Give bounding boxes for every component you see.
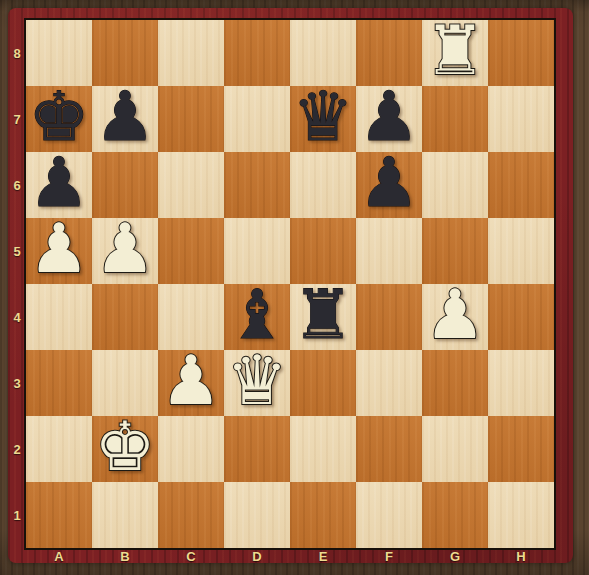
square-b2[interactable]: ♚ <box>92 416 158 482</box>
square-g2[interactable] <box>422 416 488 482</box>
square-a1[interactable] <box>26 482 92 548</box>
file-label-h: H <box>488 549 554 563</box>
square-e4[interactable]: ♜ <box>290 284 356 350</box>
black-pawn[interactable]: ♟ <box>95 83 156 151</box>
square-g1[interactable] <box>422 482 488 548</box>
square-a2[interactable] <box>26 416 92 482</box>
chess-app: ♜♚♟♛♟♟♟♟♟♝♜♟♟♛♚ 87654321 ABCDEFGH <box>0 0 589 575</box>
square-f4[interactable] <box>356 284 422 350</box>
black-rook[interactable]: ♜ <box>293 281 354 349</box>
file-label-d: D <box>224 549 290 563</box>
square-e1[interactable] <box>290 482 356 548</box>
square-e2[interactable] <box>290 416 356 482</box>
white-queen[interactable]: ♛ <box>227 347 288 415</box>
square-f2[interactable] <box>356 416 422 482</box>
square-d6[interactable] <box>224 152 290 218</box>
square-b1[interactable] <box>92 482 158 548</box>
square-c1[interactable] <box>158 482 224 548</box>
rank-label-2: 2 <box>7 416 27 482</box>
rank-label-8: 8 <box>7 20 27 86</box>
square-h5[interactable] <box>488 218 554 284</box>
square-c6[interactable] <box>158 152 224 218</box>
square-h1[interactable] <box>488 482 554 548</box>
black-pawn[interactable]: ♟ <box>29 149 90 217</box>
square-d8[interactable] <box>224 20 290 86</box>
square-c3[interactable]: ♟ <box>158 350 224 416</box>
chess-board: ♜♚♟♛♟♟♟♟♟♝♜♟♟♛♚ <box>26 20 554 548</box>
white-pawn[interactable]: ♟ <box>161 347 222 415</box>
rank-label-1: 1 <box>7 482 27 548</box>
square-a3[interactable] <box>26 350 92 416</box>
square-c8[interactable] <box>158 20 224 86</box>
square-e6[interactable] <box>290 152 356 218</box>
square-g6[interactable] <box>422 152 488 218</box>
rank-label-7: 7 <box>7 86 27 152</box>
square-d1[interactable] <box>224 482 290 548</box>
square-h4[interactable] <box>488 284 554 350</box>
square-e3[interactable] <box>290 350 356 416</box>
black-queen[interactable]: ♛ <box>293 83 354 151</box>
square-g3[interactable] <box>422 350 488 416</box>
rank-label-4: 4 <box>7 284 27 350</box>
white-pawn[interactable]: ♟ <box>425 281 486 349</box>
square-a4[interactable] <box>26 284 92 350</box>
white-pawn[interactable]: ♟ <box>29 215 90 283</box>
square-g8[interactable]: ♜ <box>422 20 488 86</box>
square-f1[interactable] <box>356 482 422 548</box>
square-f3[interactable] <box>356 350 422 416</box>
black-bishop[interactable]: ♝ <box>227 281 288 349</box>
file-label-f: F <box>356 549 422 563</box>
square-c2[interactable] <box>158 416 224 482</box>
black-pawn[interactable]: ♟ <box>359 83 420 151</box>
square-a5[interactable]: ♟ <box>26 218 92 284</box>
square-h3[interactable] <box>488 350 554 416</box>
square-b5[interactable]: ♟ <box>92 218 158 284</box>
square-h2[interactable] <box>488 416 554 482</box>
black-pawn[interactable]: ♟ <box>359 149 420 217</box>
white-king[interactable]: ♚ <box>95 413 156 481</box>
square-b4[interactable] <box>92 284 158 350</box>
black-king[interactable]: ♚ <box>29 83 90 151</box>
square-f6[interactable]: ♟ <box>356 152 422 218</box>
rank-label-5: 5 <box>7 218 27 284</box>
file-label-c: C <box>158 549 224 563</box>
file-label-a: A <box>26 549 92 563</box>
square-d2[interactable] <box>224 416 290 482</box>
white-rook[interactable]: ♜ <box>425 17 486 85</box>
square-f5[interactable] <box>356 218 422 284</box>
square-c7[interactable] <box>158 86 224 152</box>
rank-label-6: 6 <box>7 152 27 218</box>
file-label-b: B <box>92 549 158 563</box>
square-b7[interactable]: ♟ <box>92 86 158 152</box>
square-h8[interactable] <box>488 20 554 86</box>
square-e7[interactable]: ♛ <box>290 86 356 152</box>
file-label-e: E <box>290 549 356 563</box>
square-c5[interactable] <box>158 218 224 284</box>
rank-label-3: 3 <box>7 350 27 416</box>
square-h6[interactable] <box>488 152 554 218</box>
square-h7[interactable] <box>488 86 554 152</box>
square-g4[interactable]: ♟ <box>422 284 488 350</box>
file-label-g: G <box>422 549 488 563</box>
square-g7[interactable] <box>422 86 488 152</box>
square-d3[interactable]: ♛ <box>224 350 290 416</box>
square-d7[interactable] <box>224 86 290 152</box>
white-pawn[interactable]: ♟ <box>95 215 156 283</box>
